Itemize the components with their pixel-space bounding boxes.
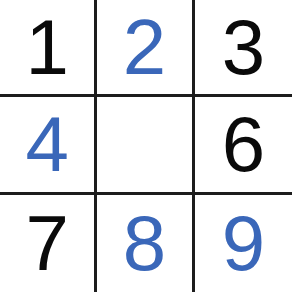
- cell-r1c1[interactable]: 1: [0, 0, 97, 97]
- cell-r3c2[interactable]: 8: [97, 195, 194, 292]
- sudoku-board: 1 2 3 4 6 7 8 9: [0, 0, 292, 292]
- cell-r2c3[interactable]: 6: [195, 97, 292, 194]
- cell-r2c2[interactable]: [97, 97, 194, 194]
- cell-r2c1[interactable]: 4: [0, 97, 97, 194]
- cell-r3c1[interactable]: 7: [0, 195, 97, 292]
- cell-r1c2[interactable]: 2: [97, 0, 194, 97]
- cell-r3c3[interactable]: 9: [195, 195, 292, 292]
- cell-r1c3[interactable]: 3: [195, 0, 292, 97]
